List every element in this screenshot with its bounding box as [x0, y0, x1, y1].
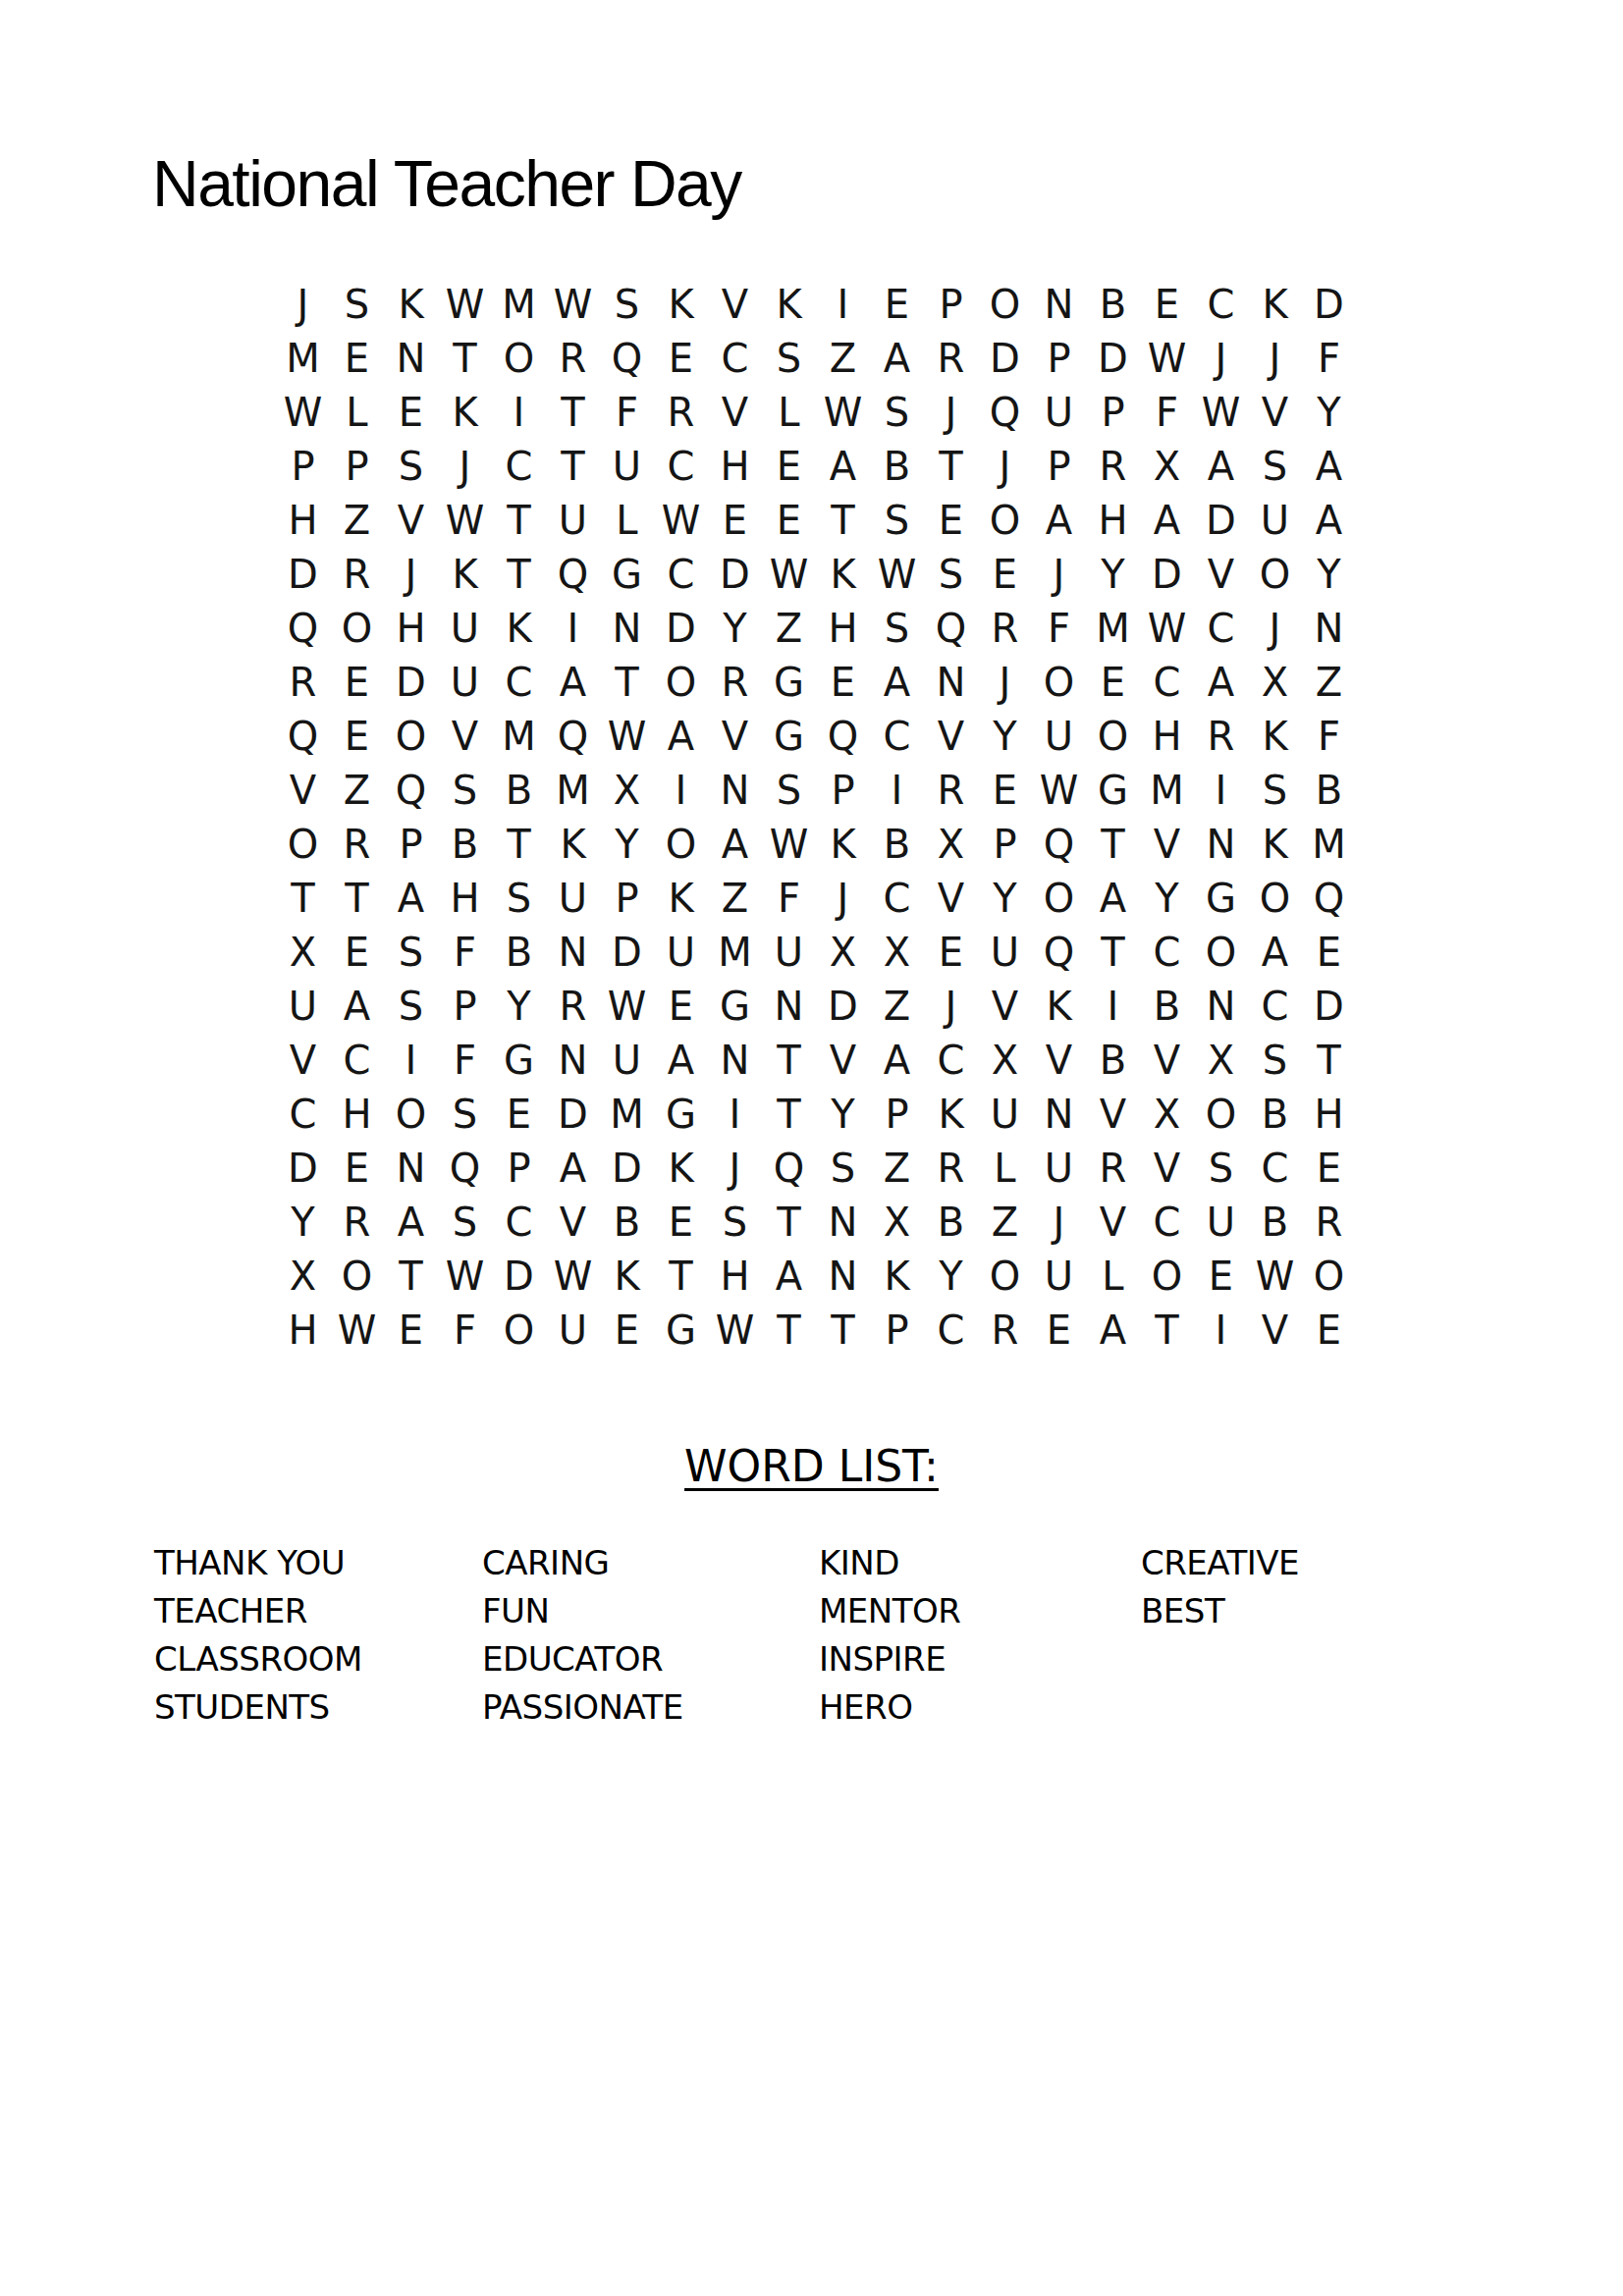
grid-cell-r20c16: A — [1086, 1303, 1140, 1357]
grid-cell-r13c14: U — [978, 925, 1032, 979]
grid-cell-r12c17: Y — [1140, 871, 1194, 925]
grid-cell-r9c7: W — [600, 709, 654, 763]
grid-cell-r1c6: W — [546, 277, 600, 331]
grid-cell-r6c8: C — [654, 547, 708, 601]
grid-cell-r16c6: D — [546, 1087, 600, 1141]
grid-cell-r11c4: B — [438, 817, 492, 871]
grid-cell-r13c7: D — [600, 925, 654, 979]
grid-cell-r5c8: W — [654, 493, 708, 547]
grid-cell-r19c5: D — [492, 1249, 546, 1303]
grid-cell-r17c7: D — [600, 1141, 654, 1195]
grid-cell-r13c19: A — [1248, 925, 1302, 979]
grid-cell-r8c7: T — [600, 655, 654, 709]
grid-cell-r16c10: T — [762, 1087, 816, 1141]
grid-cell-r8c13: N — [924, 655, 978, 709]
grid-cell-r10c18: I — [1194, 763, 1248, 817]
grid-cell-r8c19: X — [1248, 655, 1302, 709]
grid-cell-r15c6: N — [546, 1033, 600, 1087]
word-list-column-3: KINDMENTORINSPIREHERO — [819, 1539, 1141, 1732]
grid-cell-r12c8: K — [654, 871, 708, 925]
grid-cell-r1c13: P — [924, 277, 978, 331]
grid-cell-r19c15: U — [1032, 1249, 1086, 1303]
grid-cell-r16c16: V — [1086, 1087, 1140, 1141]
grid-cell-r2c5: O — [492, 331, 546, 385]
grid-cell-r11c1: O — [276, 817, 330, 871]
grid-cell-r4c11: A — [816, 439, 870, 493]
grid-cell-r14c17: B — [1140, 979, 1194, 1033]
grid-cell-r5c2: Z — [330, 493, 384, 547]
grid-cell-r12c1: T — [276, 871, 330, 925]
word-list-item: THANK YOU — [154, 1539, 482, 1587]
grid-cell-r8c3: D — [384, 655, 438, 709]
grid-cell-r15c10: T — [762, 1033, 816, 1087]
grid-cell-r18c17: C — [1140, 1195, 1194, 1249]
grid-cell-r12c9: Z — [708, 871, 762, 925]
grid-cell-r13c11: X — [816, 925, 870, 979]
grid-cell-r5c12: S — [870, 493, 924, 547]
grid-cell-r20c17: T — [1140, 1303, 1194, 1357]
grid-cell-r14c18: N — [1194, 979, 1248, 1033]
grid-cell-r19c4: W — [438, 1249, 492, 1303]
grid-cell-r4c12: B — [870, 439, 924, 493]
grid-cell-r17c20: E — [1302, 1141, 1356, 1195]
grid-cell-r12c20: Q — [1302, 871, 1356, 925]
grid-cell-r1c4: W — [438, 277, 492, 331]
grid-cell-r8c8: O — [654, 655, 708, 709]
grid-cell-r12c16: A — [1086, 871, 1140, 925]
grid-cell-r12c12: C — [870, 871, 924, 925]
grid-cell-r18c4: S — [438, 1195, 492, 1249]
grid-cell-r18c10: T — [762, 1195, 816, 1249]
grid-cell-r18c18: U — [1194, 1195, 1248, 1249]
grid-cell-r11c13: X — [924, 817, 978, 871]
grid-cell-r8c6: A — [546, 655, 600, 709]
grid-cell-r12c6: U — [546, 871, 600, 925]
grid-cell-r14c20: D — [1302, 979, 1356, 1033]
grid-cell-r5c3: V — [384, 493, 438, 547]
grid-cell-r11c14: P — [978, 817, 1032, 871]
grid-cell-r19c1: X — [276, 1249, 330, 1303]
grid-cell-r12c4: H — [438, 871, 492, 925]
grid-cell-r19c17: O — [1140, 1249, 1194, 1303]
grid-cell-r11c16: T — [1086, 817, 1140, 871]
grid-cell-r12c11: J — [816, 871, 870, 925]
grid-cell-r16c4: S — [438, 1087, 492, 1141]
grid-cell-r13c1: X — [276, 925, 330, 979]
grid-cell-r6c4: K — [438, 547, 492, 601]
grid-cell-r9c17: H — [1140, 709, 1194, 763]
grid-cell-r16c14: U — [978, 1087, 1032, 1141]
grid-cell-r6c3: J — [384, 547, 438, 601]
grid-cell-r2c1: M — [276, 331, 330, 385]
grid-cell-r2c13: R — [924, 331, 978, 385]
grid-cell-r15c16: B — [1086, 1033, 1140, 1087]
grid-cell-r20c12: P — [870, 1303, 924, 1357]
grid-cell-r14c16: I — [1086, 979, 1140, 1033]
grid-cell-r3c14: Q — [978, 385, 1032, 439]
grid-cell-r3c18: W — [1194, 385, 1248, 439]
grid-cell-r9c16: O — [1086, 709, 1140, 763]
grid-cell-r8c2: E — [330, 655, 384, 709]
grid-cell-r17c18: S — [1194, 1141, 1248, 1195]
grid-cell-r18c7: B — [600, 1195, 654, 1249]
grid-cell-r1c5: M — [492, 277, 546, 331]
grid-cell-r2c16: D — [1086, 331, 1140, 385]
grid-cell-r20c5: O — [492, 1303, 546, 1357]
grid-cell-r2c6: R — [546, 331, 600, 385]
grid-cell-r18c11: N — [816, 1195, 870, 1249]
grid-cell-r1c1: J — [276, 277, 330, 331]
grid-cell-r10c17: M — [1140, 763, 1194, 817]
grid-cell-r15c14: X — [978, 1033, 1032, 1087]
grid-cell-r14c15: K — [1032, 979, 1086, 1033]
grid-cell-r17c4: Q — [438, 1141, 492, 1195]
grid-cell-r3c9: V — [708, 385, 762, 439]
grid-cell-r1c9: V — [708, 277, 762, 331]
grid-cell-r7c7: N — [600, 601, 654, 655]
grid-cell-r17c14: L — [978, 1141, 1032, 1195]
grid-cell-r15c18: X — [1194, 1033, 1248, 1087]
grid-cell-r2c20: F — [1302, 331, 1356, 385]
grid-cell-r7c18: C — [1194, 601, 1248, 655]
grid-cell-r16c17: X — [1140, 1087, 1194, 1141]
grid-cell-r14c9: G — [708, 979, 762, 1033]
grid-cell-r16c18: O — [1194, 1087, 1248, 1141]
grid-cell-r1c2: S — [330, 277, 384, 331]
grid-cell-r19c10: A — [762, 1249, 816, 1303]
grid-cell-r20c8: G — [654, 1303, 708, 1357]
word-list-item: PASSIONATE — [482, 1683, 819, 1732]
grid-cell-r14c8: E — [654, 979, 708, 1033]
grid-cell-r7c10: Z — [762, 601, 816, 655]
grid-cell-r3c8: R — [654, 385, 708, 439]
grid-cell-r11c5: T — [492, 817, 546, 871]
grid-cell-r18c6: V — [546, 1195, 600, 1249]
grid-cell-r5c6: U — [546, 493, 600, 547]
grid-cell-r11c10: W — [762, 817, 816, 871]
grid-cell-r13c9: M — [708, 925, 762, 979]
grid-cell-r9c1: Q — [276, 709, 330, 763]
grid-cell-r9c12: C — [870, 709, 924, 763]
grid-cell-r15c4: F — [438, 1033, 492, 1087]
grid-cell-r1c11: I — [816, 277, 870, 331]
grid-cell-r10c6: M — [546, 763, 600, 817]
grid-cell-r7c16: M — [1086, 601, 1140, 655]
grid-cell-r6c18: V — [1194, 547, 1248, 601]
grid-cell-r4c15: P — [1032, 439, 1086, 493]
grid-cell-r3c16: P — [1086, 385, 1140, 439]
grid-cell-r3c1: W — [276, 385, 330, 439]
grid-cell-r12c3: A — [384, 871, 438, 925]
grid-cell-r7c19: J — [1248, 601, 1302, 655]
grid-cell-r6c12: W — [870, 547, 924, 601]
grid-cell-r13c18: O — [1194, 925, 1248, 979]
grid-cell-r5c4: W — [438, 493, 492, 547]
grid-cell-r5c5: T — [492, 493, 546, 547]
grid-cell-r15c11: V — [816, 1033, 870, 1087]
grid-cell-r5c16: H — [1086, 493, 1140, 547]
grid-cell-r17c17: V — [1140, 1141, 1194, 1195]
grid-cell-r1c14: O — [978, 277, 1032, 331]
grid-cell-r18c2: R — [330, 1195, 384, 1249]
grid-cell-r12c13: V — [924, 871, 978, 925]
grid-cell-r10c5: B — [492, 763, 546, 817]
grid-cell-r20c15: E — [1032, 1303, 1086, 1357]
grid-cell-r8c1: R — [276, 655, 330, 709]
grid-cell-r19c8: T — [654, 1249, 708, 1303]
grid-cell-r19c12: K — [870, 1249, 924, 1303]
grid-cell-r14c19: C — [1248, 979, 1302, 1033]
grid-cell-r15c20: T — [1302, 1033, 1356, 1087]
grid-cell-r16c20: H — [1302, 1087, 1356, 1141]
grid-cell-r7c3: H — [384, 601, 438, 655]
grid-cell-r20c3: E — [384, 1303, 438, 1357]
grid-cell-r3c13: J — [924, 385, 978, 439]
grid-cell-r6c10: W — [762, 547, 816, 601]
grid-cell-r3c2: L — [330, 385, 384, 439]
grid-cell-r3c17: F — [1140, 385, 1194, 439]
grid-cell-r16c11: Y — [816, 1087, 870, 1141]
grid-cell-r4c6: T — [546, 439, 600, 493]
grid-cell-r4c5: C — [492, 439, 546, 493]
grid-cell-r11c12: B — [870, 817, 924, 871]
grid-cell-r10c2: Z — [330, 763, 384, 817]
grid-cell-r17c9: J — [708, 1141, 762, 1195]
grid-cell-r16c15: N — [1032, 1087, 1086, 1141]
grid-cell-r13c17: C — [1140, 925, 1194, 979]
grid-cell-r10c19: S — [1248, 763, 1302, 817]
grid-cell-r17c2: E — [330, 1141, 384, 1195]
grid-cell-r15c9: N — [708, 1033, 762, 1087]
grid-cell-r20c1: H — [276, 1303, 330, 1357]
grid-cell-r13c3: S — [384, 925, 438, 979]
word-list-item: INSPIRE — [819, 1635, 1141, 1683]
grid-cell-r13c12: X — [870, 925, 924, 979]
grid-cell-r15c2: C — [330, 1033, 384, 1087]
grid-cell-r1c19: K — [1248, 277, 1302, 331]
grid-cell-r13c16: T — [1086, 925, 1140, 979]
grid-cell-r1c10: K — [762, 277, 816, 331]
grid-cell-r19c14: O — [978, 1249, 1032, 1303]
grid-cell-r18c9: S — [708, 1195, 762, 1249]
grid-cell-r4c19: S — [1248, 439, 1302, 493]
grid-cell-r12c7: P — [600, 871, 654, 925]
word-list-item: TEACHER — [154, 1587, 482, 1635]
grid-cell-r19c6: W — [546, 1249, 600, 1303]
grid-cell-r17c10: Q — [762, 1141, 816, 1195]
grid-cell-r11c20: M — [1302, 817, 1356, 871]
grid-cell-r14c6: R — [546, 979, 600, 1033]
grid-cell-r4c13: T — [924, 439, 978, 493]
grid-cell-r5c14: O — [978, 493, 1032, 547]
word-list-column-1: THANK YOUTEACHERCLASSROOMSTUDENTS — [154, 1539, 482, 1732]
grid-cell-r7c12: S — [870, 601, 924, 655]
grid-cell-r9c4: V — [438, 709, 492, 763]
grid-cell-r4c10: E — [762, 439, 816, 493]
grid-cell-r2c12: A — [870, 331, 924, 385]
grid-cell-r15c13: C — [924, 1033, 978, 1087]
grid-cell-r3c11: W — [816, 385, 870, 439]
grid-cell-r2c18: J — [1194, 331, 1248, 385]
grid-cell-r19c11: N — [816, 1249, 870, 1303]
word-list-item: CREATIVE — [1141, 1539, 1299, 1587]
grid-cell-r4c20: A — [1302, 439, 1356, 493]
grid-cell-r3c15: U — [1032, 385, 1086, 439]
grid-cell-r2c11: Z — [816, 331, 870, 385]
grid-cell-r20c20: E — [1302, 1303, 1356, 1357]
word-list-item: BEST — [1141, 1587, 1299, 1635]
grid-cell-r5c10: E — [762, 493, 816, 547]
grid-cell-r8c10: G — [762, 655, 816, 709]
grid-cell-r6c19: O — [1248, 547, 1302, 601]
grid-cell-r3c5: I — [492, 385, 546, 439]
grid-cell-r2c8: E — [654, 331, 708, 385]
grid-cell-r17c11: S — [816, 1141, 870, 1195]
grid-cell-r1c3: K — [384, 277, 438, 331]
grid-cell-r20c11: T — [816, 1303, 870, 1357]
grid-cell-r9c11: Q — [816, 709, 870, 763]
grid-cell-r2c14: D — [978, 331, 1032, 385]
grid-cell-r14c4: P — [438, 979, 492, 1033]
grid-cell-r11c17: V — [1140, 817, 1194, 871]
grid-cell-r6c5: T — [492, 547, 546, 601]
grid-cell-r11c11: K — [816, 817, 870, 871]
worksheet-page: National Teacher Day JSKWMWSKVKIEPONBECK… — [0, 0, 1623, 2296]
grid-cell-r2c17: W — [1140, 331, 1194, 385]
grid-cell-r2c2: E — [330, 331, 384, 385]
grid-cell-r1c20: D — [1302, 277, 1356, 331]
grid-cell-r1c7: S — [600, 277, 654, 331]
grid-cell-r15c8: A — [654, 1033, 708, 1087]
word-list-item: FUN — [482, 1587, 819, 1635]
grid-cell-r11c18: N — [1194, 817, 1248, 871]
grid-cell-r15c17: V — [1140, 1033, 1194, 1087]
word-list-heading: WORD LIST: — [684, 1441, 939, 1491]
grid-cell-r15c15: V — [1032, 1033, 1086, 1087]
grid-cell-r10c9: N — [708, 763, 762, 817]
grid-cell-r2c10: S — [762, 331, 816, 385]
grid-cell-r12c14: Y — [978, 871, 1032, 925]
grid-cell-r20c7: E — [600, 1303, 654, 1357]
grid-cell-r9c9: V — [708, 709, 762, 763]
grid-cell-r1c15: N — [1032, 277, 1086, 331]
grid-cell-r3c10: L — [762, 385, 816, 439]
grid-cell-r4c2: P — [330, 439, 384, 493]
grid-cell-r2c15: P — [1032, 331, 1086, 385]
grid-cell-r10c3: Q — [384, 763, 438, 817]
grid-cell-r16c3: O — [384, 1087, 438, 1141]
grid-cell-r12c15: O — [1032, 871, 1086, 925]
grid-cell-r7c17: W — [1140, 601, 1194, 655]
grid-cell-r12c18: G — [1194, 871, 1248, 925]
grid-cell-r8c12: A — [870, 655, 924, 709]
grid-cell-r11c3: P — [384, 817, 438, 871]
grid-cell-r4c14: J — [978, 439, 1032, 493]
grid-cell-r10c4: S — [438, 763, 492, 817]
grid-cell-r11c9: A — [708, 817, 762, 871]
grid-cell-r14c10: N — [762, 979, 816, 1033]
grid-cell-r18c19: B — [1248, 1195, 1302, 1249]
grid-cell-r7c15: F — [1032, 601, 1086, 655]
grid-cell-r9c6: Q — [546, 709, 600, 763]
grid-cell-r13c4: F — [438, 925, 492, 979]
grid-cell-r8c11: E — [816, 655, 870, 709]
grid-cell-r14c7: W — [600, 979, 654, 1033]
grid-cell-r14c3: S — [384, 979, 438, 1033]
grid-cell-r7c13: Q — [924, 601, 978, 655]
grid-cell-r15c3: I — [384, 1033, 438, 1087]
grid-cell-r6c20: Y — [1302, 547, 1356, 601]
grid-cell-r5c15: A — [1032, 493, 1086, 547]
grid-cell-r19c3: T — [384, 1249, 438, 1303]
grid-cell-r6c7: G — [600, 547, 654, 601]
grid-cell-r20c4: F — [438, 1303, 492, 1357]
grid-cell-r18c16: V — [1086, 1195, 1140, 1249]
grid-cell-r4c9: H — [708, 439, 762, 493]
grid-cell-r8c17: C — [1140, 655, 1194, 709]
grid-cell-r8c5: C — [492, 655, 546, 709]
grid-cell-r4c4: J — [438, 439, 492, 493]
grid-cell-r19c9: H — [708, 1249, 762, 1303]
grid-cell-r18c13: B — [924, 1195, 978, 1249]
grid-cell-r3c3: E — [384, 385, 438, 439]
grid-cell-r7c9: Y — [708, 601, 762, 655]
grid-cell-r17c3: N — [384, 1141, 438, 1195]
word-list-item: CLASSROOM — [154, 1635, 482, 1683]
word-list-columns: THANK YOUTEACHERCLASSROOMSTUDENTSCARINGF… — [154, 1539, 1299, 1732]
grid-cell-r11c15: Q — [1032, 817, 1086, 871]
grid-cell-r10c13: R — [924, 763, 978, 817]
grid-cell-r6c16: Y — [1086, 547, 1140, 601]
page-title: National Teacher Day — [152, 146, 741, 221]
grid-cell-r6c1: D — [276, 547, 330, 601]
grid-cell-r15c5: G — [492, 1033, 546, 1087]
grid-cell-r3c6: T — [546, 385, 600, 439]
grid-cell-r14c11: D — [816, 979, 870, 1033]
grid-cell-r19c18: E — [1194, 1249, 1248, 1303]
word-search-grid: JSKWMWSKVKIEPONBECKDMENTORQECSZARDPDWJJF… — [276, 277, 1356, 1357]
grid-cell-r11c19: K — [1248, 817, 1302, 871]
grid-cell-r14c14: V — [978, 979, 1032, 1033]
word-list-item: EDUCATOR — [482, 1635, 819, 1683]
grid-cell-r7c6: I — [546, 601, 600, 655]
grid-cell-r2c9: C — [708, 331, 762, 385]
grid-cell-r7c4: U — [438, 601, 492, 655]
grid-cell-r20c2: W — [330, 1303, 384, 1357]
grid-cell-r2c7: Q — [600, 331, 654, 385]
grid-cell-r2c4: T — [438, 331, 492, 385]
grid-cell-r2c3: N — [384, 331, 438, 385]
word-list-item: STUDENTS — [154, 1683, 482, 1732]
grid-cell-r7c14: R — [978, 601, 1032, 655]
grid-cell-r7c2: O — [330, 601, 384, 655]
grid-cell-r17c5: P — [492, 1141, 546, 1195]
grid-cell-r2c19: J — [1248, 331, 1302, 385]
grid-cell-r12c19: O — [1248, 871, 1302, 925]
grid-cell-r16c9: I — [708, 1087, 762, 1141]
grid-cell-r17c12: Z — [870, 1141, 924, 1195]
grid-cell-r7c20: N — [1302, 601, 1356, 655]
grid-cell-r20c14: R — [978, 1303, 1032, 1357]
grid-cell-r8c14: J — [978, 655, 1032, 709]
grid-cell-r9c15: U — [1032, 709, 1086, 763]
grid-cell-r3c7: F — [600, 385, 654, 439]
grid-cell-r5c9: E — [708, 493, 762, 547]
grid-cell-r1c12: E — [870, 277, 924, 331]
grid-cell-r16c7: M — [600, 1087, 654, 1141]
grid-cell-r18c12: X — [870, 1195, 924, 1249]
grid-cell-r8c15: O — [1032, 655, 1086, 709]
